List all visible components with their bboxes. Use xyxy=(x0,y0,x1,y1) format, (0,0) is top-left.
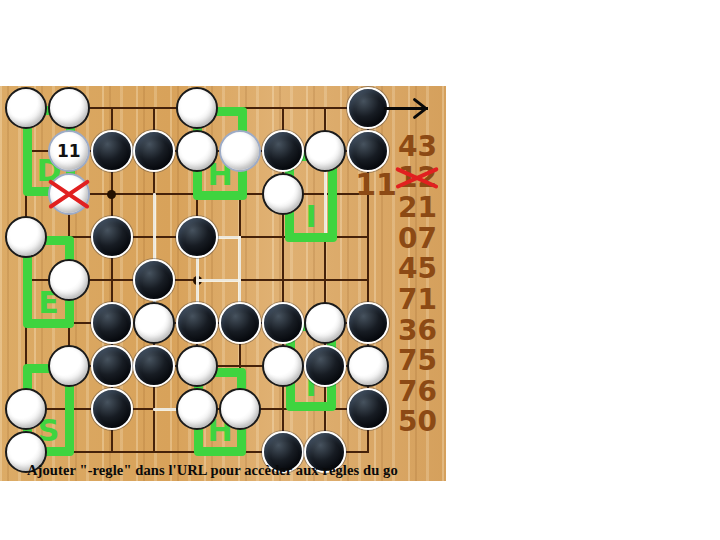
stone-black xyxy=(219,302,261,344)
stone-black xyxy=(176,216,218,258)
stone-white xyxy=(48,173,90,215)
stone-white xyxy=(133,302,175,344)
stone-black xyxy=(91,130,133,172)
move-number: 71 xyxy=(327,286,437,314)
move-number-value: 50 xyxy=(398,405,437,438)
stone-black xyxy=(91,216,133,258)
go-board[interactable]: Ajouter "-regle" dans l'URL pour accèder… xyxy=(0,86,446,481)
stone-white xyxy=(5,388,47,430)
stone-white xyxy=(5,216,47,258)
move-number-value: 43 xyxy=(398,130,437,163)
move-number: 07 xyxy=(327,225,437,253)
star-point xyxy=(107,190,116,199)
stone-black xyxy=(133,130,175,172)
move-number: 43 xyxy=(327,133,437,161)
move-number-value: 75 xyxy=(398,344,437,377)
stone-white xyxy=(176,345,218,387)
stone-white xyxy=(176,87,218,129)
move-number-value: 36 xyxy=(398,314,437,347)
move-number: 36 xyxy=(327,317,437,345)
move-number-crossed: 1211 xyxy=(327,164,437,192)
move-number: 21 xyxy=(327,194,437,222)
stone-white xyxy=(5,87,47,129)
move-number-value: 76 xyxy=(398,375,437,408)
stone-black xyxy=(176,302,218,344)
caption-text: Ajouter "-regle" dans l'URL pour accèder… xyxy=(27,462,445,479)
stone-white xyxy=(176,130,218,172)
move-number-value: 21 xyxy=(398,191,437,224)
stone-black xyxy=(91,345,133,387)
move-number-value: 07 xyxy=(398,222,437,255)
stone-white: 11 xyxy=(48,130,90,172)
stone-white xyxy=(176,388,218,430)
stone-white xyxy=(219,130,261,172)
stone-black xyxy=(133,259,175,301)
stone-black xyxy=(262,302,304,344)
stone-white xyxy=(48,87,90,129)
highlight-path xyxy=(196,279,242,282)
stone-black xyxy=(262,130,304,172)
stone-white xyxy=(48,345,90,387)
page-background: Ajouter "-regle" dans l'URL pour accèder… xyxy=(0,0,720,540)
zone-label: I xyxy=(305,202,316,232)
move-number-value: 71 xyxy=(398,283,437,316)
stone-white xyxy=(48,259,90,301)
move-number-value: 45 xyxy=(398,252,437,285)
stone-black xyxy=(91,388,133,430)
move-number: 76 xyxy=(327,378,437,406)
move-number: 50 xyxy=(327,408,437,436)
stone-move-label: 11 xyxy=(50,132,88,170)
stone-white xyxy=(219,388,261,430)
move-number: 45 xyxy=(327,255,437,283)
stone-black xyxy=(91,302,133,344)
stone-black xyxy=(133,345,175,387)
stone-black xyxy=(347,87,389,129)
stone-white xyxy=(262,345,304,387)
move-number: 75 xyxy=(327,347,437,375)
stone-white xyxy=(262,173,304,215)
